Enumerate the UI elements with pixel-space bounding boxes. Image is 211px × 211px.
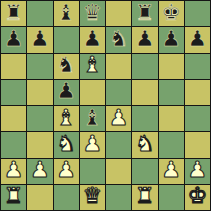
square-g7[interactable]: ♟: [159, 27, 184, 52]
square-b6[interactable]: [27, 54, 52, 79]
black-bishop-piece[interactable]: ♝: [56, 2, 76, 24]
square-g4[interactable]: [159, 106, 184, 131]
square-d2[interactable]: [80, 159, 105, 184]
white-pawn-piece[interactable]: ♟: [83, 133, 103, 155]
black-rook-piece[interactable]: ♜: [4, 2, 24, 24]
white-pawn-piece[interactable]: ♟: [56, 159, 76, 181]
square-h2[interactable]: ♟: [185, 159, 210, 184]
square-c6[interactable]: ♞: [54, 54, 79, 79]
square-g8[interactable]: ♚: [159, 1, 184, 26]
square-h8[interactable]: [185, 1, 210, 26]
square-h6[interactable]: [185, 54, 210, 79]
white-bishop-piece[interactable]: ♝: [56, 107, 76, 129]
square-b5[interactable]: [27, 80, 52, 105]
white-queen-piece[interactable]: ♛: [83, 185, 103, 207]
black-queen-piece[interactable]: ♛: [83, 2, 103, 24]
square-e4[interactable]: ♟: [106, 106, 131, 131]
square-f3[interactable]: ♞: [132, 132, 157, 157]
square-g3[interactable]: [159, 132, 184, 157]
black-knight-piece[interactable]: ♞: [109, 28, 129, 50]
square-c3[interactable]: ♞: [54, 132, 79, 157]
square-e8[interactable]: [106, 1, 131, 26]
square-h5[interactable]: [185, 80, 210, 105]
white-pawn-piece[interactable]: ♟: [161, 159, 181, 181]
square-a6[interactable]: [1, 54, 26, 79]
white-pawn-piece[interactable]: ♟: [188, 159, 208, 181]
black-king-piece[interactable]: ♚: [161, 2, 181, 24]
square-d8[interactable]: ♛: [80, 1, 105, 26]
square-f7[interactable]: ♟: [132, 27, 157, 52]
black-knight-piece[interactable]: ♞: [56, 54, 76, 76]
black-pawn-piece[interactable]: ♟: [135, 28, 155, 50]
square-d1[interactable]: ♛: [80, 185, 105, 210]
white-rook-piece[interactable]: ♜: [135, 185, 155, 207]
white-pawn-piece[interactable]: ♟: [30, 159, 50, 181]
square-e6[interactable]: [106, 54, 131, 79]
black-pawn-piece[interactable]: ♟: [4, 28, 24, 50]
white-bishop-piece[interactable]: ♝: [83, 54, 103, 76]
square-b2[interactable]: ♟: [27, 159, 52, 184]
square-b4[interactable]: [27, 106, 52, 131]
white-pawn-piece[interactable]: ♟: [109, 107, 129, 129]
square-h4[interactable]: [185, 106, 210, 131]
square-g6[interactable]: [159, 54, 184, 79]
white-knight-piece[interactable]: ♞: [56, 133, 76, 155]
square-f2[interactable]: [132, 159, 157, 184]
square-c7[interactable]: [54, 27, 79, 52]
square-h3[interactable]: [185, 132, 210, 157]
square-c2[interactable]: ♟: [54, 159, 79, 184]
black-rook-piece[interactable]: ♜: [135, 2, 155, 24]
square-e1[interactable]: [106, 185, 131, 210]
black-pawn-piece[interactable]: ♟: [56, 80, 76, 102]
square-f1[interactable]: ♜: [132, 185, 157, 210]
square-a2[interactable]: ♟: [1, 159, 26, 184]
white-rook-piece[interactable]: ♜: [4, 185, 24, 207]
square-b7[interactable]: ♟: [27, 27, 52, 52]
square-a3[interactable]: [1, 132, 26, 157]
square-g5[interactable]: [159, 80, 184, 105]
square-c4[interactable]: ♝: [54, 106, 79, 131]
square-f5[interactable]: [132, 80, 157, 105]
black-pawn-piece[interactable]: ♟: [83, 28, 103, 50]
square-b1[interactable]: [27, 185, 52, 210]
square-a7[interactable]: ♟: [1, 27, 26, 52]
square-b3[interactable]: [27, 132, 52, 157]
square-a8[interactable]: ♜: [1, 1, 26, 26]
square-d7[interactable]: ♟: [80, 27, 105, 52]
square-e3[interactable]: [106, 132, 131, 157]
square-e7[interactable]: ♞: [106, 27, 131, 52]
square-f4[interactable]: [132, 106, 157, 131]
square-d3[interactable]: ♟: [80, 132, 105, 157]
black-bishop-piece[interactable]: ♝: [83, 107, 103, 129]
square-c1[interactable]: [54, 185, 79, 210]
square-d5[interactable]: [80, 80, 105, 105]
square-d4[interactable]: ♝: [80, 106, 105, 131]
black-pawn-piece[interactable]: ♟: [161, 28, 181, 50]
square-c8[interactable]: ♝: [54, 1, 79, 26]
black-pawn-piece[interactable]: ♟: [30, 28, 50, 50]
square-a1[interactable]: ♜: [1, 185, 26, 210]
square-h7[interactable]: ♟: [185, 27, 210, 52]
square-a4[interactable]: [1, 106, 26, 131]
white-pawn-piece[interactable]: ♟: [4, 159, 24, 181]
square-a5[interactable]: [1, 80, 26, 105]
square-g1[interactable]: [159, 185, 184, 210]
square-d6[interactable]: ♝: [80, 54, 105, 79]
square-b8[interactable]: [27, 1, 52, 26]
square-g2[interactable]: ♟: [159, 159, 184, 184]
square-h1[interactable]: ♚: [185, 185, 210, 210]
white-king-piece[interactable]: ♚: [188, 185, 208, 207]
white-knight-piece[interactable]: ♞: [135, 133, 155, 155]
black-pawn-piece[interactable]: ♟: [188, 28, 208, 50]
square-c5[interactable]: ♟: [54, 80, 79, 105]
square-e5[interactable]: [106, 80, 131, 105]
square-e2[interactable]: [106, 159, 131, 184]
chess-board: ♜♝♛♜♚♟♟♟♞♟♟♟♞♝♟♝♝♟♞♟♞♟♟♟♟♟♜♛♜♚: [0, 0, 211, 211]
square-f6[interactable]: [132, 54, 157, 79]
square-f8[interactable]: ♜: [132, 1, 157, 26]
